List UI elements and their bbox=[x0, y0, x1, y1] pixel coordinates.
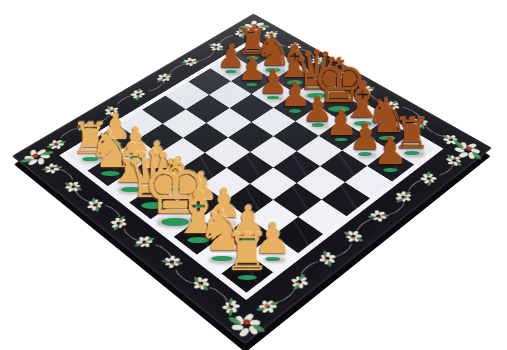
board-frame bbox=[12, 13, 492, 344]
inlay-flower bbox=[233, 312, 257, 331]
board-grid bbox=[68, 42, 435, 292]
inlay-flower bbox=[22, 147, 48, 165]
inlay-flower bbox=[455, 140, 480, 157]
inlay-flower bbox=[220, 302, 236, 315]
board-margin-strip bbox=[59, 38, 443, 300]
inlay-flower bbox=[243, 19, 264, 32]
chess-photo-stage: ♜♞♟♝♟♛♟♚♟♝♟♞♟♟♜♟♟♜♟♟♞♟♝♟♛♟♚♟♝♟♞♜ bbox=[0, 0, 507, 350]
chess-board bbox=[12, 13, 492, 344]
